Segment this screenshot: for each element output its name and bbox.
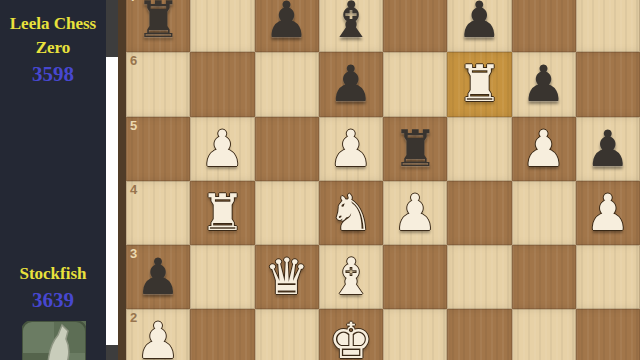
square-a3[interactable]: 3♟ xyxy=(126,245,190,309)
square-h5[interactable]: ♟ xyxy=(576,117,640,181)
square-a6[interactable]: 6 xyxy=(126,52,190,116)
square-b2[interactable] xyxy=(190,309,254,360)
white-queen: ♛ xyxy=(255,245,319,309)
top-player-rating: 3598 xyxy=(0,62,106,87)
white-king: ♚ xyxy=(319,309,383,360)
square-a4[interactable]: 4 xyxy=(126,181,190,245)
square-c3[interactable]: ♛ xyxy=(255,245,319,309)
divider-gray-top xyxy=(106,0,118,57)
bottom-player-name: Stockfish xyxy=(0,264,106,284)
square-f3[interactable] xyxy=(447,245,511,309)
black-pawn: ♟ xyxy=(319,52,383,116)
white-knight: ♞ xyxy=(319,181,383,245)
black-pawn: ♟ xyxy=(576,117,640,181)
square-e5[interactable]: ♜ xyxy=(383,117,447,181)
top-player-name-line1: Leela Chess xyxy=(0,14,106,34)
square-d4[interactable]: ♞ xyxy=(319,181,383,245)
white-pawn: ♟ xyxy=(126,309,190,360)
square-a5[interactable]: 5 xyxy=(126,117,190,181)
square-h4[interactable]: ♟ xyxy=(576,181,640,245)
broadcast-frame: Leela Chess Zero 3598 Stockfish 3639 7♜♟… xyxy=(0,0,640,360)
bottom-player-rating: 3639 xyxy=(0,288,106,313)
engine-sidebar: Leela Chess Zero 3598 Stockfish 3639 xyxy=(0,0,106,360)
divider-gray-bottom xyxy=(106,345,118,360)
square-c7[interactable]: ♟ xyxy=(255,0,319,52)
white-pawn: ♟ xyxy=(319,117,383,181)
square-g5[interactable]: ♟ xyxy=(512,117,576,181)
square-c4[interactable] xyxy=(255,181,319,245)
board-frame: 7♜♟♝♟6♟♜♟5♟♟♜♟♟4♜♞♟♟3♟♛♝2♟♚ xyxy=(118,0,640,360)
black-bishop: ♝ xyxy=(319,0,383,52)
square-f5[interactable] xyxy=(447,117,511,181)
square-d7[interactable]: ♝ xyxy=(319,0,383,52)
square-f6[interactable]: ♜ xyxy=(447,52,511,116)
white-rook: ♜ xyxy=(447,52,511,116)
square-c6[interactable] xyxy=(255,52,319,116)
square-d5[interactable]: ♟ xyxy=(319,117,383,181)
square-f7[interactable]: ♟ xyxy=(447,0,511,52)
square-b3[interactable] xyxy=(190,245,254,309)
square-e3[interactable] xyxy=(383,245,447,309)
black-pawn: ♟ xyxy=(126,245,190,309)
square-e6[interactable] xyxy=(383,52,447,116)
square-g3[interactable] xyxy=(512,245,576,309)
square-f4[interactable] xyxy=(447,181,511,245)
black-pawn: ♟ xyxy=(255,0,319,52)
square-e2[interactable] xyxy=(383,309,447,360)
square-c5[interactable] xyxy=(255,117,319,181)
rank-label-6: 6 xyxy=(130,54,137,67)
square-d6[interactable]: ♟ xyxy=(319,52,383,116)
white-bishop: ♝ xyxy=(319,245,383,309)
stockfish-logo-image xyxy=(22,321,86,360)
square-g2[interactable] xyxy=(512,309,576,360)
white-pawn: ♟ xyxy=(383,181,447,245)
top-player-name-line2: Zero xyxy=(0,38,106,58)
square-g4[interactable] xyxy=(512,181,576,245)
square-f2[interactable] xyxy=(447,309,511,360)
square-h6[interactable] xyxy=(576,52,640,116)
square-d3[interactable]: ♝ xyxy=(319,245,383,309)
square-b4[interactable]: ♜ xyxy=(190,181,254,245)
black-pawn: ♟ xyxy=(447,0,511,52)
square-h2[interactable] xyxy=(576,309,640,360)
rank-label-5: 5 xyxy=(130,119,137,132)
white-rook: ♜ xyxy=(190,181,254,245)
white-pawn: ♟ xyxy=(576,181,640,245)
square-g7[interactable] xyxy=(512,0,576,52)
rank-label-4: 4 xyxy=(130,183,137,196)
black-rook: ♜ xyxy=(383,117,447,181)
divider-white xyxy=(106,57,118,345)
square-a2[interactable]: 2♟ xyxy=(126,309,190,360)
square-c2[interactable] xyxy=(255,309,319,360)
square-a7[interactable]: 7♜ xyxy=(126,0,190,52)
square-g6[interactable]: ♟ xyxy=(512,52,576,116)
square-e4[interactable]: ♟ xyxy=(383,181,447,245)
square-h7[interactable] xyxy=(576,0,640,52)
square-d2[interactable]: ♚ xyxy=(319,309,383,360)
square-b6[interactable] xyxy=(190,52,254,116)
white-pawn: ♟ xyxy=(190,117,254,181)
square-h3[interactable] xyxy=(576,245,640,309)
chess-board: 7♜♟♝♟6♟♜♟5♟♟♜♟♟4♜♞♟♟3♟♛♝2♟♚ xyxy=(126,0,640,360)
divider-bar xyxy=(106,0,118,360)
black-rook: ♜ xyxy=(126,0,190,52)
square-b7[interactable] xyxy=(190,0,254,52)
square-b5[interactable]: ♟ xyxy=(190,117,254,181)
square-e7[interactable] xyxy=(383,0,447,52)
white-pawn: ♟ xyxy=(512,117,576,181)
black-pawn: ♟ xyxy=(512,52,576,116)
